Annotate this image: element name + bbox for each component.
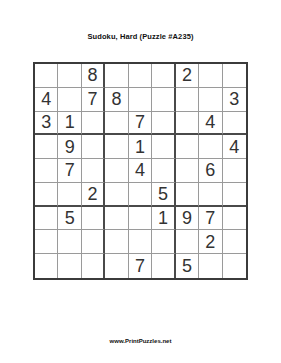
cell-r8c1[interactable] [35, 230, 58, 254]
cell-r3c3[interactable] [82, 112, 105, 136]
cell-r3c9[interactable] [223, 112, 246, 136]
cell-r5c1[interactable] [35, 159, 58, 183]
cell-r4c7[interactable] [176, 135, 199, 159]
cell-r6c8[interactable] [199, 183, 222, 207]
cell-r6c9[interactable] [223, 183, 246, 207]
cell-r9c5[interactable]: 7 [129, 254, 152, 278]
page-title: Sudoku, Hard (Puzzle #A235) [0, 32, 281, 41]
cell-r9c3[interactable] [82, 254, 105, 278]
cell-r8c5[interactable] [129, 230, 152, 254]
cell-r5c3[interactable] [82, 159, 105, 183]
cell-r2c3[interactable]: 7 [82, 88, 105, 112]
cell-r4c1[interactable] [35, 135, 58, 159]
cell-r8c9[interactable] [223, 230, 246, 254]
cell-r7c6[interactable]: 1 [152, 207, 175, 231]
cell-r8c7[interactable] [176, 230, 199, 254]
cell-r5c7[interactable] [176, 159, 199, 183]
cell-r7c7[interactable]: 9 [176, 207, 199, 231]
cell-r4c2[interactable]: 9 [58, 135, 81, 159]
cell-r3c6[interactable] [152, 112, 175, 136]
cell-r4c4[interactable] [105, 135, 128, 159]
cell-r2c7[interactable] [176, 88, 199, 112]
cell-r6c5[interactable] [129, 183, 152, 207]
cell-r3c1[interactable]: 3 [35, 112, 58, 136]
cell-r4c9[interactable]: 4 [223, 135, 246, 159]
cell-r3c2[interactable]: 1 [58, 112, 81, 136]
cell-r1c9[interactable] [223, 64, 246, 88]
cell-r6c1[interactable] [35, 183, 58, 207]
cell-r1c1[interactable] [35, 64, 58, 88]
cell-r4c3[interactable] [82, 135, 105, 159]
cell-r1c8[interactable] [199, 64, 222, 88]
cell-r7c8[interactable]: 7 [199, 207, 222, 231]
cell-r4c6[interactable] [152, 135, 175, 159]
cell-r4c8[interactable] [199, 135, 222, 159]
cell-r7c2[interactable]: 5 [58, 207, 81, 231]
cell-r8c8[interactable]: 2 [199, 230, 222, 254]
cell-r3c7[interactable] [176, 112, 199, 136]
cell-r3c8[interactable]: 4 [199, 112, 222, 136]
cell-r7c1[interactable] [35, 207, 58, 231]
cell-r9c6[interactable] [152, 254, 175, 278]
cell-r2c4[interactable]: 8 [105, 88, 128, 112]
cell-r1c2[interactable] [58, 64, 81, 88]
cell-r1c7[interactable]: 2 [176, 64, 199, 88]
cell-r9c7[interactable]: 5 [176, 254, 199, 278]
cell-r8c3[interactable] [82, 230, 105, 254]
cell-r5c4[interactable] [105, 159, 128, 183]
cell-r3c4[interactable] [105, 112, 128, 136]
cell-r1c5[interactable] [129, 64, 152, 88]
cell-r8c4[interactable] [105, 230, 128, 254]
cell-r6c3[interactable]: 2 [82, 183, 105, 207]
sudoku-board: 8247833174914746255197275 [33, 62, 248, 280]
cell-r5c2[interactable]: 7 [58, 159, 81, 183]
cell-r8c6[interactable] [152, 230, 175, 254]
cell-r2c2[interactable] [58, 88, 81, 112]
cell-r7c3[interactable] [82, 207, 105, 231]
cell-r9c8[interactable] [199, 254, 222, 278]
cell-r2c9[interactable]: 3 [223, 88, 246, 112]
cell-r6c4[interactable] [105, 183, 128, 207]
cell-r2c8[interactable] [199, 88, 222, 112]
cell-r3c5[interactable]: 7 [129, 112, 152, 136]
cell-r4c5[interactable]: 1 [129, 135, 152, 159]
cell-r9c1[interactable] [35, 254, 58, 278]
cell-r9c4[interactable] [105, 254, 128, 278]
cell-r6c7[interactable] [176, 183, 199, 207]
cell-r2c1[interactable]: 4 [35, 88, 58, 112]
sudoku-print-page: Sudoku, Hard (Puzzle #A235) 824783317491… [0, 0, 281, 363]
cell-r7c4[interactable] [105, 207, 128, 231]
cell-r9c2[interactable] [58, 254, 81, 278]
cell-r5c6[interactable] [152, 159, 175, 183]
cell-r5c5[interactable]: 4 [129, 159, 152, 183]
cell-r6c6[interactable]: 5 [152, 183, 175, 207]
cell-r6c2[interactable] [58, 183, 81, 207]
cell-r1c6[interactable] [152, 64, 175, 88]
cell-r2c6[interactable] [152, 88, 175, 112]
cell-r5c8[interactable]: 6 [199, 159, 222, 183]
cell-r8c2[interactable] [58, 230, 81, 254]
cell-r7c5[interactable] [129, 207, 152, 231]
cell-r5c9[interactable] [223, 159, 246, 183]
footer-url: www.PrintPuzzles.net [0, 338, 281, 344]
cell-r1c3[interactable]: 8 [82, 64, 105, 88]
cell-r1c4[interactable] [105, 64, 128, 88]
cell-r7c9[interactable] [223, 207, 246, 231]
cell-r9c9[interactable] [223, 254, 246, 278]
cell-r2c5[interactable] [129, 88, 152, 112]
